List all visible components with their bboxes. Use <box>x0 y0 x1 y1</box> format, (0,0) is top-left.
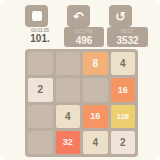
timer-block: 00:01:05 101. <box>20 27 60 45</box>
tile-4-r1c4: 4 <box>111 52 136 75</box>
empty-cell-r3c1 <box>28 105 53 128</box>
best-value: 3532 <box>107 35 148 46</box>
game-board[interactable]: 842164161283242 <box>25 49 138 157</box>
tile-2-r4c4: 2 <box>111 131 136 154</box>
empty-cell-r1c1 <box>28 52 53 75</box>
tile-2-r2c1: 2 <box>28 78 53 101</box>
empty-cell-r4c1 <box>28 131 53 154</box>
tile-16-r2c4: 16 <box>111 78 136 101</box>
stop-icon <box>32 11 42 21</box>
tile-4-r3c2: 4 <box>56 105 81 128</box>
tile-16-r3c3: 16 <box>83 105 108 128</box>
tile-4-r4c3: 4 <box>83 131 108 154</box>
score-value: 496 <box>64 35 104 46</box>
undo-icon: ↶ <box>73 10 84 23</box>
best-box: BEST 3532 <box>107 27 148 47</box>
tile-8-r1c3: 8 <box>83 52 108 75</box>
2048-app: ↶ ↺ 00:01:05 101. SCORE 496 BEST 3532 84… <box>0 0 160 160</box>
tile-32-r4c2: 32 <box>56 131 81 154</box>
stop-button[interactable] <box>25 5 48 27</box>
restart-button[interactable]: ↺ <box>109 5 132 27</box>
empty-cell-r1c2 <box>56 52 81 75</box>
restart-icon: ↺ <box>115 10 126 23</box>
empty-cell-r2c2 <box>56 78 81 101</box>
tile-128-r3c4: 128 <box>111 105 136 128</box>
undo-button[interactable]: ↶ <box>67 5 90 27</box>
moves-counter: 101. <box>20 33 60 45</box>
score-box: SCORE 496 <box>64 27 104 47</box>
empty-cell-r2c3 <box>83 78 108 101</box>
